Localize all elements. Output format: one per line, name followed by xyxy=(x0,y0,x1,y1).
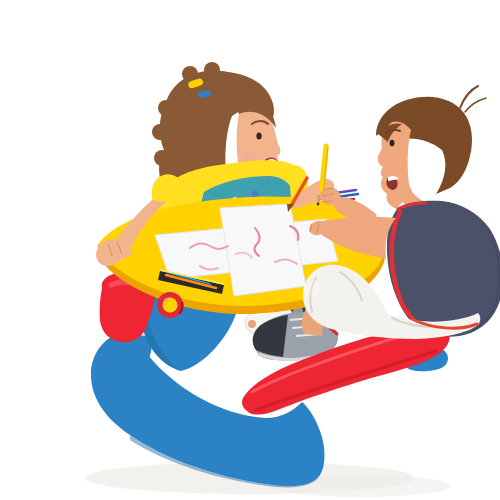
yellow-pencil-lead xyxy=(317,203,320,206)
paper-sheet-vertical xyxy=(220,204,306,296)
girl-eye xyxy=(256,132,261,139)
scene-canvas xyxy=(40,16,500,500)
girl-blush xyxy=(243,150,255,162)
knob-highlight xyxy=(164,298,168,302)
product-photo xyxy=(40,16,500,500)
boy-eye xyxy=(390,140,395,146)
adjuster-knob xyxy=(157,292,183,318)
girl-sandal-toe xyxy=(248,320,256,328)
knee-highlight xyxy=(304,280,320,296)
